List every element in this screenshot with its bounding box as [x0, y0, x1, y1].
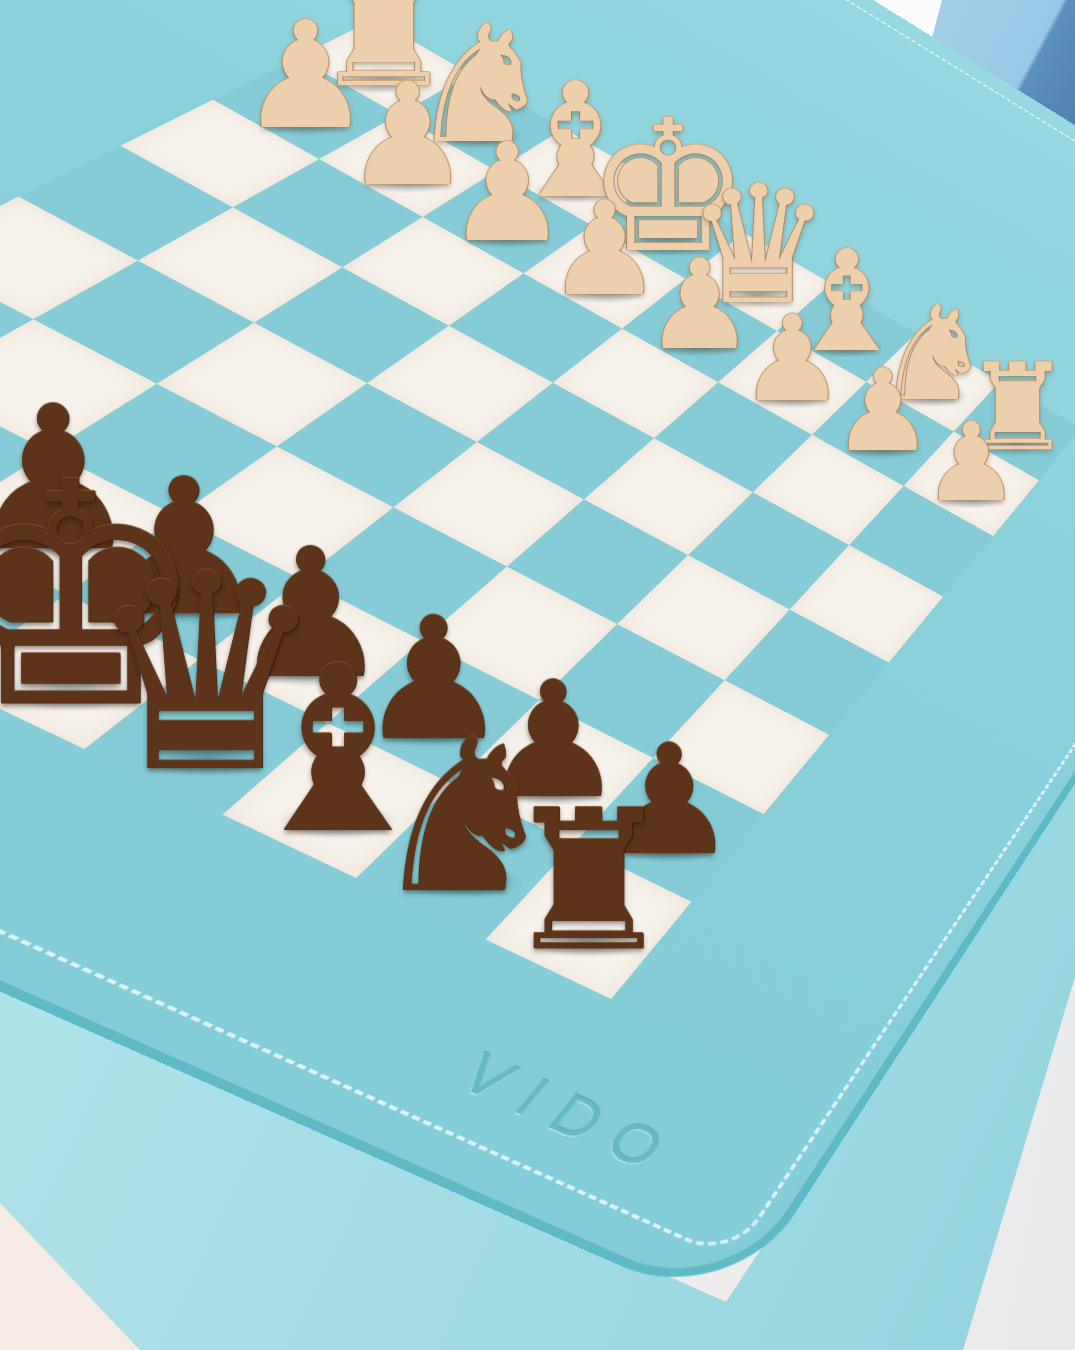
photo-stage: ♔ VIDO ♜♞♝♛♚♝♞♟♟♟♟♟♟♟♟♟♟♟♟♟♟♟♜♞♝♛♚♝♞♜ [0, 0, 1075, 1350]
piece-black-rook-a8[interactable]: ♜ [502, 785, 675, 978]
piece-white-pawn-c2[interactable]: ♟ [739, 300, 845, 419]
piece-white-pawn-a2[interactable]: ♟ [923, 410, 1020, 518]
piece-white-pawn-b2[interactable]: ♟ [832, 356, 934, 469]
